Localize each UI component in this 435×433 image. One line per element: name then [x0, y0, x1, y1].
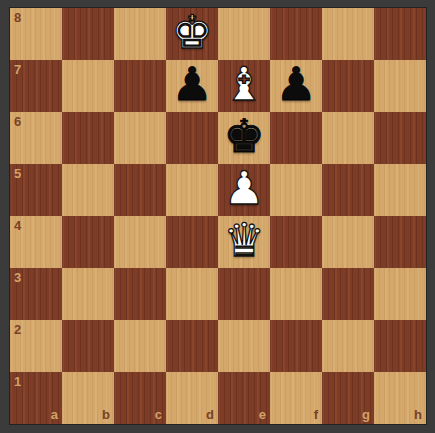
square-d1[interactable]: d [166, 372, 218, 424]
square-a5[interactable]: 5 [10, 164, 62, 216]
square-b1[interactable]: b [62, 372, 114, 424]
square-g2[interactable] [322, 320, 374, 372]
chess-board: 8♚7♟♝♟6♚5♟4♛321abcdefgh [10, 8, 426, 424]
square-e5[interactable]: ♟ [218, 164, 270, 216]
square-f2[interactable] [270, 320, 322, 372]
rank-label-5: 5 [14, 167, 21, 180]
square-a3[interactable]: 3 [10, 268, 62, 320]
square-h5[interactable] [374, 164, 426, 216]
square-e8[interactable] [218, 8, 270, 60]
square-b5[interactable] [62, 164, 114, 216]
square-c3[interactable] [114, 268, 166, 320]
square-b6[interactable] [62, 112, 114, 164]
white-pawn-e5[interactable]: ♟ [223, 164, 264, 214]
white-king-d8[interactable]: ♚ [171, 8, 212, 58]
square-d2[interactable] [166, 320, 218, 372]
square-d4[interactable] [166, 216, 218, 268]
square-c6[interactable] [114, 112, 166, 164]
black-pawn-f7[interactable]: ♟ [275, 60, 316, 110]
file-label-g: g [362, 408, 370, 421]
square-c8[interactable] [114, 8, 166, 60]
square-h4[interactable] [374, 216, 426, 268]
square-a7[interactable]: 7 [10, 60, 62, 112]
square-c1[interactable]: c [114, 372, 166, 424]
square-e4[interactable]: ♛ [218, 216, 270, 268]
rank-label-3: 3 [14, 271, 21, 284]
square-h6[interactable] [374, 112, 426, 164]
square-g8[interactable] [322, 8, 374, 60]
square-f7[interactable]: ♟ [270, 60, 322, 112]
square-a6[interactable]: 6 [10, 112, 62, 164]
square-a8[interactable]: 8 [10, 8, 62, 60]
square-g3[interactable] [322, 268, 374, 320]
square-b7[interactable] [62, 60, 114, 112]
square-f1[interactable]: f [270, 372, 322, 424]
square-f4[interactable] [270, 216, 322, 268]
square-f6[interactable] [270, 112, 322, 164]
file-label-c: c [155, 408, 162, 421]
rank-label-7: 7 [14, 63, 21, 76]
board-frame: 8♚7♟♝♟6♚5♟4♛321abcdefgh [0, 0, 435, 433]
white-queen-e4[interactable]: ♛ [223, 216, 264, 266]
black-pawn-d7[interactable]: ♟ [171, 60, 212, 110]
rank-label-6: 6 [14, 115, 21, 128]
black-king-e6[interactable]: ♚ [223, 112, 264, 162]
square-c5[interactable] [114, 164, 166, 216]
file-label-d: d [206, 408, 214, 421]
square-e7[interactable]: ♝ [218, 60, 270, 112]
square-e1[interactable]: e [218, 372, 270, 424]
square-b8[interactable] [62, 8, 114, 60]
file-label-e: e [259, 408, 266, 421]
square-h2[interactable] [374, 320, 426, 372]
file-label-a: a [51, 408, 58, 421]
square-c7[interactable] [114, 60, 166, 112]
square-b2[interactable] [62, 320, 114, 372]
square-d6[interactable] [166, 112, 218, 164]
square-h8[interactable] [374, 8, 426, 60]
square-h3[interactable] [374, 268, 426, 320]
square-e3[interactable] [218, 268, 270, 320]
square-b4[interactable] [62, 216, 114, 268]
rank-label-2: 2 [14, 323, 21, 336]
square-e6[interactable]: ♚ [218, 112, 270, 164]
square-g1[interactable]: g [322, 372, 374, 424]
square-e2[interactable] [218, 320, 270, 372]
rank-label-4: 4 [14, 219, 21, 232]
square-d3[interactable] [166, 268, 218, 320]
square-c4[interactable] [114, 216, 166, 268]
white-bishop-e7[interactable]: ♝ [223, 60, 264, 110]
square-d5[interactable] [166, 164, 218, 216]
square-c2[interactable] [114, 320, 166, 372]
square-f8[interactable] [270, 8, 322, 60]
square-g4[interactable] [322, 216, 374, 268]
square-a4[interactable]: 4 [10, 216, 62, 268]
square-f5[interactable] [270, 164, 322, 216]
square-g5[interactable] [322, 164, 374, 216]
square-d7[interactable]: ♟ [166, 60, 218, 112]
square-f3[interactable] [270, 268, 322, 320]
square-h1[interactable]: h [374, 372, 426, 424]
square-d8[interactable]: ♚ [166, 8, 218, 60]
square-h7[interactable] [374, 60, 426, 112]
square-a2[interactable]: 2 [10, 320, 62, 372]
rank-label-1: 1 [14, 375, 21, 388]
square-a1[interactable]: 1a [10, 372, 62, 424]
file-label-h: h [414, 408, 422, 421]
file-label-b: b [102, 408, 110, 421]
rank-label-8: 8 [14, 11, 21, 24]
file-label-f: f [314, 408, 318, 421]
square-g6[interactable] [322, 112, 374, 164]
square-g7[interactable] [322, 60, 374, 112]
square-b3[interactable] [62, 268, 114, 320]
